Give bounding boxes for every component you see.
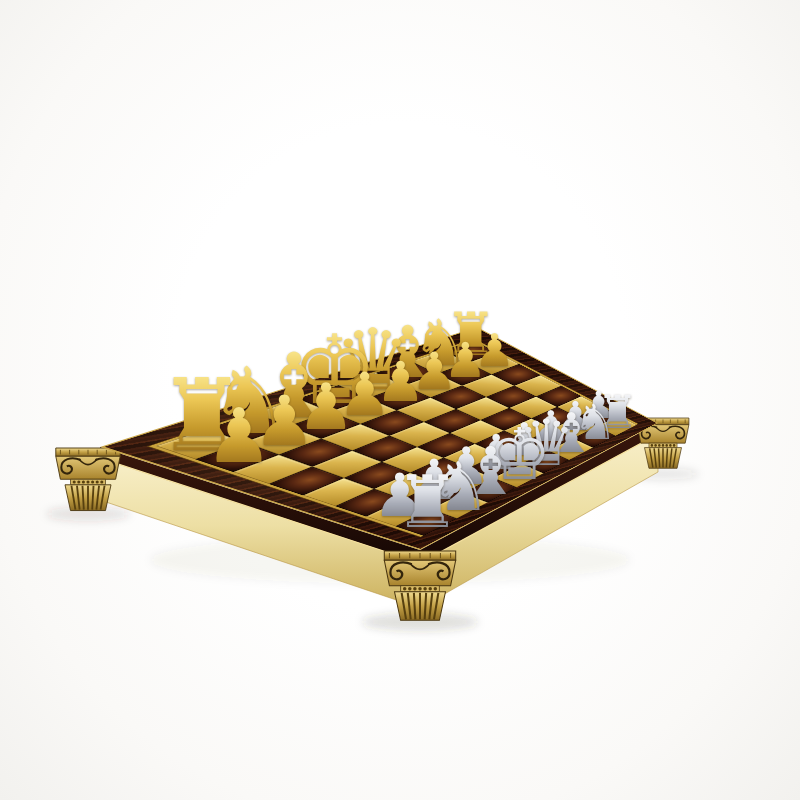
chess-set-product-photo: ♜♞♝♛♚♝♞♜♟♟♟♟♟♟♟♟♟♟♟♟♟♟♟♟♜♞♝♛♚♝♞♜	[0, 0, 800, 800]
ionic-capital-foot-front	[384, 551, 455, 620]
